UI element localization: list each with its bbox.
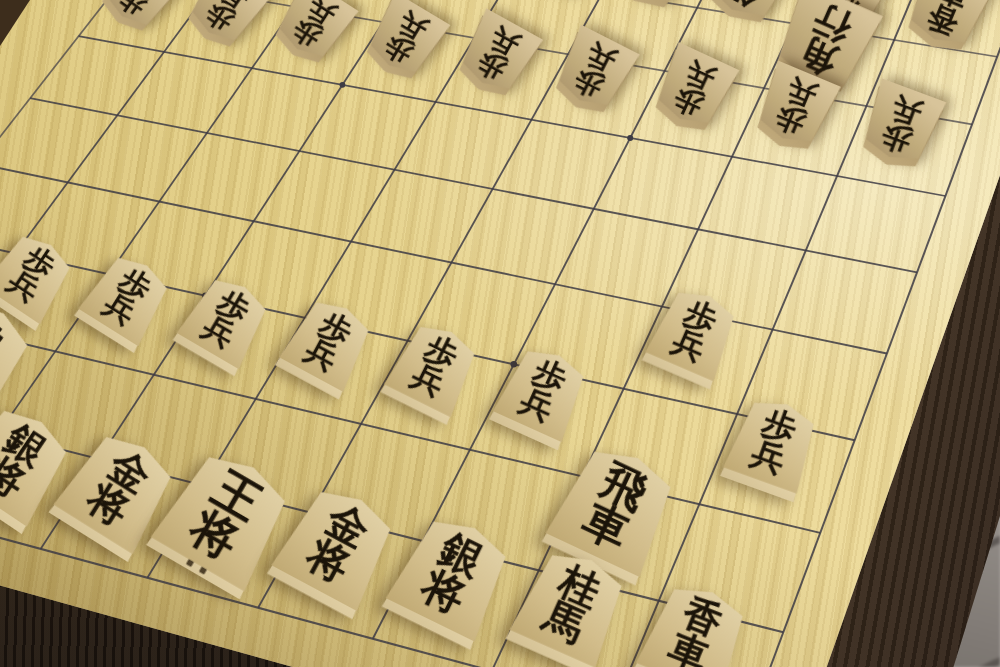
piece-kanji-label: 歩兵 [362,0,448,78]
piece-face: 歩兵 [76,246,179,348]
piece-kanji-label: 香車 [903,0,995,48]
piece-sente-pawn[interactable]: 歩兵 [276,290,380,393]
piece-sente-pawn[interactable]: 歩兵 [76,246,179,348]
piece-gote-pawn[interactable]: 歩兵 [647,41,741,134]
piece-gote-pawn[interactable]: 歩兵 [453,7,546,99]
pieces-layer: 香車桂馬銀将金将玉将飛車金将銀将歩兵桂馬歩兵香車歩兵歩兵角行歩兵歩兵歩兵歩兵歩兵… [0,0,1000,667]
piece-gote-pawn[interactable]: 歩兵 [181,0,272,51]
piece-gote-king[interactable]: 玉将 [501,0,625,6]
piece-gote-pawn[interactable]: 歩兵 [96,0,186,36]
piece-face: 歩兵 [276,290,380,393]
piece-sente-pawn[interactable]: 歩兵 [721,390,827,494]
piece-gote-lance[interactable]: 香車 [900,0,998,54]
piece-sente-pawn[interactable]: 歩兵 [491,338,596,442]
piece-gote-pawn[interactable]: 歩兵 [269,0,361,67]
piece-gote-gold[interactable]: 金将 [601,0,711,14]
piece-kanji-label: 歩兵 [551,30,638,111]
piece-face: 香車 [633,575,757,667]
piece-sente-pawn[interactable]: 歩兵 [0,224,82,325]
piece-kanji-label: 歩兵 [455,13,542,94]
piece-side-edge [497,0,621,13]
piece-face: 歩兵 [175,268,278,371]
shogi-board-photo: 香車桂馬銀将金将玉将飛車金将銀将歩兵桂馬歩兵香車歩兵歩兵角行歩兵歩兵歩兵歩兵歩兵… [0,0,1000,667]
piece-sente-pawn[interactable]: 歩兵 [382,314,487,418]
piece-sente-pawn[interactable]: 歩兵 [175,268,278,371]
piece-gote-pawn[interactable]: 歩兵 [359,0,451,83]
piece-gote-pawn[interactable]: 歩兵 [548,24,641,116]
piece-sente-pawn[interactable]: 歩兵 [643,280,746,382]
piece-face: 歩兵 [382,314,487,418]
piece-face: 歩兵 [548,24,641,116]
piece-kanji-label: 歩兵 [272,0,357,62]
piece-face: 歩兵 [647,41,741,134]
piece-kanji-label: 香車 [637,583,755,667]
piece-side-edge [597,0,707,20]
piece-sente-lance[interactable]: 香車 [633,575,757,667]
piece-face: 玉将 [501,0,625,6]
piece-gote-pawn[interactable]: 歩兵 [855,78,948,170]
piece-kanji-label: 歩兵 [650,48,738,128]
piece-face: 歩兵 [855,78,948,170]
